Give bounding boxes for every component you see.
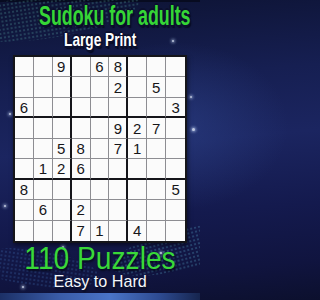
sudoku-cell-r3c5 — [91, 98, 110, 118]
sudoku-cell-r4c4 — [72, 118, 91, 138]
sudoku-cell-r1c7 — [128, 57, 147, 77]
sudoku-cell-r3c3 — [53, 98, 72, 118]
sudoku-grid: 968256392758711268562714 — [13, 55, 187, 243]
bottom-accent-band — [0, 293, 200, 300]
sudoku-cell-r8c5 — [91, 200, 110, 220]
sudoku-cell-r5c8 — [147, 139, 166, 159]
sudoku-cell-r8c2: 6 — [34, 200, 53, 220]
sudoku-cell-r7c7 — [128, 180, 147, 200]
sudoku-cell-r7c4 — [72, 180, 91, 200]
sudoku-cell-r6c2: 1 — [34, 159, 53, 179]
puzzle-count: 110 Puzzles — [24, 241, 175, 275]
sudoku-cell-r2c4 — [72, 77, 91, 97]
book-subtitle: Large Print — [64, 29, 136, 50]
sudoku-cell-r4c9 — [166, 118, 185, 138]
sparkle-star — [9, 113, 11, 115]
sudoku-cell-r9c2 — [34, 221, 53, 241]
sudoku-cell-r6c3: 2 — [53, 159, 72, 179]
sudoku-cell-r1c1 — [15, 57, 34, 77]
book-title: Sudoku for adults — [39, 2, 190, 30]
difficulty-row: Easy to Hard — [0, 272, 200, 291]
sudoku-cell-r2c6: 2 — [109, 77, 128, 97]
sudoku-cell-r9c6 — [109, 221, 128, 241]
sudoku-cell-r6c7 — [128, 159, 147, 179]
title-row: Sudoku for adults — [0, 2, 200, 30]
sudoku-cell-r6c9 — [166, 159, 185, 179]
sudoku-cell-r7c9: 5 — [166, 180, 185, 200]
sudoku-cell-r1c2 — [34, 57, 53, 77]
sudoku-cell-r9c1 — [15, 221, 34, 241]
sudoku-cell-r7c3 — [53, 180, 72, 200]
sudoku-cell-r7c6 — [109, 180, 128, 200]
sudoku-cell-r3c8 — [147, 98, 166, 118]
sudoku-cell-r2c1 — [15, 77, 34, 97]
sudoku-cell-r6c4: 6 — [72, 159, 91, 179]
sudoku-cell-r6c6 — [109, 159, 128, 179]
sudoku-cell-r2c7 — [128, 77, 147, 97]
sudoku-cell-r8c6 — [109, 200, 128, 220]
sudoku-cell-r1c9 — [166, 57, 185, 77]
sudoku-cell-r1c3: 9 — [53, 57, 72, 77]
subtitle-row: Large Print — [0, 29, 200, 50]
sudoku-cell-r2c3 — [53, 77, 72, 97]
sudoku-cell-r3c1: 6 — [15, 98, 34, 118]
sudoku-cell-r4c6: 9 — [109, 118, 128, 138]
sudoku-cell-r6c5 — [91, 159, 110, 179]
sudoku-cell-r7c8 — [147, 180, 166, 200]
sudoku-cell-r4c5 — [91, 118, 110, 138]
sudoku-cell-r4c1 — [15, 118, 34, 138]
sudoku-cell-r5c4: 8 — [72, 139, 91, 159]
sudoku-cell-r5c9 — [166, 139, 185, 159]
sudoku-cell-r5c2 — [34, 139, 53, 159]
sudoku-cell-r8c3 — [53, 200, 72, 220]
sudoku-cell-r5c1 — [15, 139, 34, 159]
sudoku-cell-r9c9 — [166, 221, 185, 241]
sudoku-cell-r8c8 — [147, 200, 166, 220]
sudoku-cell-r3c9: 3 — [166, 98, 185, 118]
book-cover: Sudoku for adults Large Print 9682563927… — [0, 0, 200, 300]
sudoku-cell-r1c5: 6 — [91, 57, 110, 77]
sudoku-cell-r5c3: 5 — [53, 139, 72, 159]
sudoku-cell-r8c4: 2 — [72, 200, 91, 220]
sudoku-cell-r8c1 — [15, 200, 34, 220]
sudoku-cell-r7c1: 8 — [15, 180, 34, 200]
sparkle-star — [4, 205, 6, 207]
sudoku-cell-r4c8: 7 — [147, 118, 166, 138]
sudoku-cell-r3c2 — [34, 98, 53, 118]
sudoku-cell-r4c3 — [53, 118, 72, 138]
sudoku-cell-r4c2 — [34, 118, 53, 138]
sudoku-cell-r5c5 — [91, 139, 110, 159]
sudoku-cell-r3c7 — [128, 98, 147, 118]
sparkle-star — [192, 128, 195, 131]
sudoku-cell-r1c4 — [72, 57, 91, 77]
sudoku-cell-r2c9 — [166, 77, 185, 97]
difficulty-label: Easy to Hard — [53, 272, 146, 291]
sudoku-cell-r3c4 — [72, 98, 91, 118]
puzzle-count-row: 110 Puzzles — [0, 241, 200, 275]
sudoku-cell-r6c8 — [147, 159, 166, 179]
sudoku-cell-r2c5 — [91, 77, 110, 97]
sudoku-cell-r9c8 — [147, 221, 166, 241]
sudoku-cell-r3c6 — [109, 98, 128, 118]
sudoku-cell-r8c7 — [128, 200, 147, 220]
sudoku-cell-r2c2 — [34, 77, 53, 97]
sudoku-cell-r1c6: 8 — [109, 57, 128, 77]
sudoku-cell-r7c2 — [34, 180, 53, 200]
sudoku-cell-r9c7: 4 — [128, 221, 147, 241]
sudoku-cell-r2c8: 5 — [147, 77, 166, 97]
sudoku-cell-r4c7: 2 — [128, 118, 147, 138]
sudoku-cell-r9c4: 7 — [72, 221, 91, 241]
sudoku-cell-r1c8 — [147, 57, 166, 77]
sudoku-cell-r7c5 — [91, 180, 110, 200]
sudoku-cell-r5c7: 1 — [128, 139, 147, 159]
sudoku-cell-r6c1 — [15, 159, 34, 179]
sudoku-cell-r9c5: 1 — [91, 221, 110, 241]
sudoku-cell-r5c6: 7 — [109, 139, 128, 159]
sparkle-star — [190, 96, 192, 98]
sudoku-cell-r8c9 — [166, 200, 185, 220]
sudoku-cell-r9c3 — [53, 221, 72, 241]
